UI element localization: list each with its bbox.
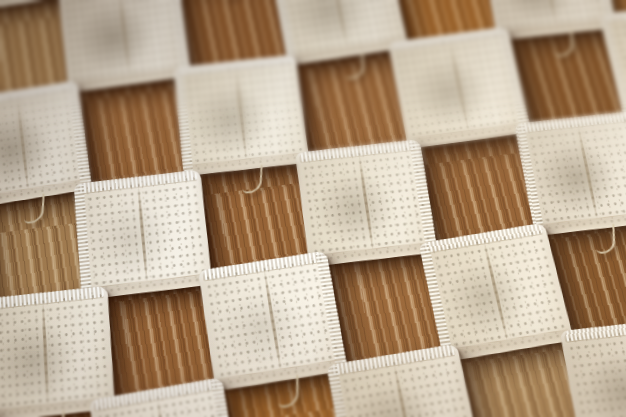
tea-bag xyxy=(74,169,213,300)
tea-bag-square xyxy=(522,116,626,231)
tea-bag-square xyxy=(0,291,104,417)
tea-bag-square xyxy=(567,323,626,417)
tea-bag xyxy=(173,54,309,176)
tea-bag-square xyxy=(305,144,433,261)
tea-bag-square xyxy=(208,261,337,386)
tea-bag xyxy=(0,286,115,417)
tea-bag xyxy=(514,110,626,236)
tea-bag xyxy=(388,26,532,149)
tea-bag-square xyxy=(67,0,183,87)
tea-bag-square xyxy=(184,60,306,171)
tea-bag xyxy=(295,139,438,267)
tea-bag-square xyxy=(277,0,397,60)
board xyxy=(0,0,626,417)
tea-bag-square xyxy=(433,231,567,354)
tea-bag-square xyxy=(85,172,208,291)
tea-bag xyxy=(198,250,348,391)
tea-bag xyxy=(58,0,192,93)
tea-bag-square xyxy=(397,34,523,144)
tea-bag-string xyxy=(41,410,65,417)
tea-bag-square xyxy=(0,87,85,200)
tea-bag-square xyxy=(337,354,473,417)
tea-bag-checkerboard-photo xyxy=(0,0,626,417)
